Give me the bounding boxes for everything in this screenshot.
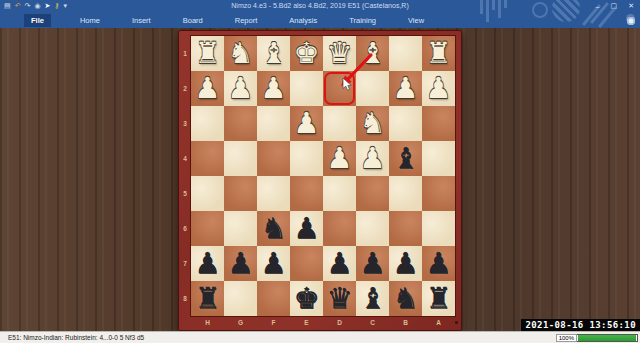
square-c1[interactable]: ♝ <box>356 36 389 71</box>
square-a7[interactable]: ♟ <box>422 246 455 281</box>
piece-black-pawn: ♟ <box>191 246 224 281</box>
square-d8[interactable]: ♛ <box>323 281 356 316</box>
datetime-clock: 2021-08-16 13:56:10 <box>521 319 640 331</box>
rank-label-1: 1 <box>180 36 190 71</box>
tab-view[interactable]: View <box>405 14 427 27</box>
piece-white-pawn: ♟ <box>422 71 455 106</box>
progress-bar <box>577 334 638 342</box>
square-b7[interactable]: ♟ <box>389 246 422 281</box>
square-f5[interactable] <box>257 176 290 211</box>
piece-black-knight: ♞ <box>257 211 290 246</box>
file-label-b: B <box>389 319 422 326</box>
piece-white-king: ♚ <box>290 36 323 71</box>
square-b2[interactable]: ♟ <box>389 71 422 106</box>
square-g4[interactable] <box>224 141 257 176</box>
square-d7[interactable]: ♟ <box>323 246 356 281</box>
square-e6[interactable]: ♟ <box>290 211 323 246</box>
piece-white-pawn: ♟ <box>191 71 224 106</box>
piece-black-knight: ♞ <box>389 281 422 316</box>
square-a5[interactable] <box>422 176 455 211</box>
window-controls: –▢✕ <box>596 0 634 12</box>
piece-white-rook: ♜ <box>422 36 455 71</box>
square-c6[interactable] <box>356 211 389 246</box>
progress-fill <box>578 335 636 341</box>
square-b1[interactable] <box>389 36 422 71</box>
tab-home[interactable]: Home <box>77 14 103 27</box>
square-h1[interactable]: ♜ <box>191 36 224 71</box>
square-e7[interactable] <box>290 246 323 281</box>
opening-classification: E51: Nimzo-Indian: Rubinstein: 4...0-0 5… <box>8 332 144 343</box>
tab-analysis[interactable]: Analysis <box>286 14 320 27</box>
square-d5[interactable] <box>323 176 356 211</box>
square-g7[interactable]: ♟ <box>224 246 257 281</box>
piece-black-bishop: ♝ <box>389 141 422 176</box>
tab-training[interactable]: Training <box>346 14 379 27</box>
piece-black-pawn: ♟ <box>224 246 257 281</box>
square-b3[interactable] <box>389 106 422 141</box>
square-g8[interactable] <box>224 281 257 316</box>
tab-insert[interactable]: Insert <box>129 14 154 27</box>
piece-black-pawn: ♟ <box>323 246 356 281</box>
square-g5[interactable] <box>224 176 257 211</box>
square-c8[interactable]: ♝ <box>356 281 389 316</box>
square-a2[interactable]: ♟ <box>422 71 455 106</box>
square-a8[interactable]: ♜ <box>422 281 455 316</box>
square-f1[interactable]: ♝ <box>257 36 290 71</box>
square-e3[interactable]: ♟ <box>290 106 323 141</box>
rank-label-6: 6 <box>180 211 190 246</box>
file-label-c: C <box>356 319 389 326</box>
tab-board[interactable]: Board <box>180 14 206 27</box>
file-label-e: E <box>290 319 323 326</box>
square-f8[interactable] <box>257 281 290 316</box>
square-e5[interactable] <box>290 176 323 211</box>
piece-white-knight: ♞ <box>356 106 389 141</box>
square-c4[interactable]: ♟ <box>356 141 389 176</box>
ribbon-tabs: FileHomeInsertBoardReportAnalysisTrainin… <box>0 12 640 28</box>
piece-black-queen: ♛ <box>323 281 356 316</box>
square-a4[interactable] <box>422 141 455 176</box>
square-f3[interactable] <box>257 106 290 141</box>
square-h8[interactable]: ♜ <box>191 281 224 316</box>
square-c3[interactable]: ♞ <box>356 106 389 141</box>
piece-white-rook: ♜ <box>191 36 224 71</box>
piece-white-queen: ♛ <box>323 36 356 71</box>
rank-label-5: 5 <box>180 176 190 211</box>
tab-file[interactable]: File <box>24 14 51 27</box>
square-c2[interactable] <box>356 71 389 106</box>
square-f7[interactable]: ♟ <box>257 246 290 281</box>
square-g3[interactable] <box>224 106 257 141</box>
piece-white-knight: ♞ <box>224 36 257 71</box>
app-window: { "game": "chess", "position": { "fen": … <box>0 0 640 343</box>
square-d4[interactable]: ♟ <box>323 141 356 176</box>
square-g1[interactable]: ♞ <box>224 36 257 71</box>
square-a6[interactable] <box>422 211 455 246</box>
maximize-button[interactable]: ▢ <box>611 2 618 10</box>
file-label-a: A <box>422 319 455 326</box>
square-g2[interactable]: ♟ <box>224 71 257 106</box>
piece-white-pawn: ♟ <box>290 106 323 141</box>
square-h6[interactable] <box>191 211 224 246</box>
minimize-button[interactable]: – <box>596 3 600 10</box>
square-b4[interactable]: ♝ <box>389 141 422 176</box>
square-c5[interactable] <box>356 176 389 211</box>
square-h5[interactable] <box>191 176 224 211</box>
rank-label-2: 2 <box>180 71 190 106</box>
file-label-h: H <box>191 319 224 326</box>
close-button[interactable]: ✕ <box>628 2 634 10</box>
rank-label-8: 8 <box>180 281 190 316</box>
rank-label-3: 3 <box>180 106 190 141</box>
square-c7[interactable]: ♟ <box>356 246 389 281</box>
window-header: ▤↶↷◉➤⚷▾ Nimzo 4.e3 - 5.Bd2 also 4.Bd2, 2… <box>0 0 640 28</box>
square-h4[interactable] <box>191 141 224 176</box>
piece-white-pawn: ♟ <box>389 71 422 106</box>
square-h7[interactable]: ♟ <box>191 246 224 281</box>
piece-black-bishop: ♝ <box>356 281 389 316</box>
piece-black-pawn: ♟ <box>290 211 323 246</box>
square-g6[interactable] <box>224 211 257 246</box>
square-b6[interactable] <box>389 211 422 246</box>
piece-black-pawn: ♟ <box>356 246 389 281</box>
help-icon[interactable] <box>627 17 635 25</box>
square-f6[interactable]: ♞ <box>257 211 290 246</box>
square-b5[interactable] <box>389 176 422 211</box>
piece-white-pawn: ♟ <box>257 71 290 106</box>
piece-black-pawn: ♟ <box>422 246 455 281</box>
piece-white-bishop: ♝ <box>257 36 290 71</box>
square-e8[interactable]: ♚ <box>290 281 323 316</box>
piece-white-pawn: ♟ <box>323 141 356 176</box>
square-e4[interactable] <box>290 141 323 176</box>
piece-white-pawn: ♟ <box>224 71 257 106</box>
progress-indicator: 100% <box>556 334 638 342</box>
square-h2[interactable]: ♟ <box>191 71 224 106</box>
piece-black-pawn: ♟ <box>257 246 290 281</box>
square-d6[interactable] <box>323 211 356 246</box>
file-label-f: F <box>257 319 290 326</box>
piece-black-pawn: ♟ <box>389 246 422 281</box>
square-a3[interactable] <box>422 106 455 141</box>
file-label-d: D <box>323 319 356 326</box>
square-d3[interactable] <box>323 106 356 141</box>
rank-label-4: 4 <box>180 141 190 176</box>
piece-black-rook: ♜ <box>191 281 224 316</box>
square-e1[interactable]: ♚ <box>290 36 323 71</box>
rank-label-7: 7 <box>180 246 190 281</box>
piece-black-king: ♚ <box>290 281 323 316</box>
piece-white-bishop: ♝ <box>356 36 389 71</box>
piece-white-pawn: ♟ <box>356 141 389 176</box>
status-bar: E51: Nimzo-Indian: Rubinstein: 4...0-0 5… <box>0 331 640 343</box>
square-d2[interactable] <box>323 71 356 106</box>
tab-report[interactable]: Report <box>232 14 261 27</box>
window-title: Nimzo 4.e3 - 5.Bd2 also 4.Bd2, 2019 E51 … <box>0 0 640 12</box>
progress-percent-label: 100% <box>556 334 577 342</box>
titlebar: ▤↶↷◉➤⚷▾ Nimzo 4.e3 - 5.Bd2 also 4.Bd2, 2… <box>0 0 640 12</box>
square-f4[interactable] <box>257 141 290 176</box>
board-corner-mark <box>455 321 458 324</box>
square-a1[interactable]: ♜ <box>422 36 455 71</box>
highlight-square-annotation <box>324 72 355 105</box>
file-label-g: G <box>224 319 257 326</box>
chess-board: ♜♞♝♚♛♝♜♟♟♟♟♟♟♞♟♟♝♞♟♟♟♟♟♟♟♟♜♚♛♝♞♜ <box>191 36 455 316</box>
square-e2[interactable] <box>290 71 323 106</box>
square-d1[interactable]: ♛ <box>323 36 356 71</box>
chess-board-frame: ♜♞♝♚♛♝♜♟♟♟♟♟♟♞♟♟♝♞♟♟♟♟♟♟♟♟♜♚♛♝♞♜ 1234567… <box>178 30 462 331</box>
square-h3[interactable] <box>191 106 224 141</box>
piece-black-rook: ♜ <box>422 281 455 316</box>
square-f2[interactable]: ♟ <box>257 71 290 106</box>
square-b8[interactable]: ♞ <box>389 281 422 316</box>
